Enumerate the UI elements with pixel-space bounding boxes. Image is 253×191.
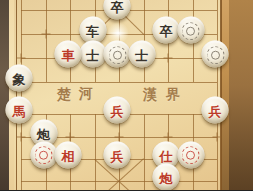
piece-black-pawn[interactable]: 卒 [104,0,131,20]
face-down-pattern [108,46,126,64]
piece-red-chariot[interactable]: 車 [55,41,82,68]
grid-line [95,114,96,190]
piece-black-chariot[interactable]: 车 [79,17,106,44]
board-right-wood-edge [221,0,229,190]
piece-character: 馬 [6,98,33,125]
piece-character: 士 [128,42,155,69]
grid-line [16,0,18,190]
point-marker [213,132,222,141]
grid-line [144,114,145,190]
piece-black-hidden[interactable] [202,41,229,68]
piece-character: 卒 [104,0,131,21]
river-label-han: 漢 [143,86,157,104]
grid-line [21,0,22,190]
point-marker [17,132,26,141]
face-down-pattern-center [113,50,122,59]
board-right-edge [229,0,253,190]
piece-red-horse[interactable]: 馬 [6,97,33,124]
face-down-pattern-center [211,50,220,59]
point-marker [66,132,75,141]
grid-line [21,82,217,83]
grid-line [46,0,47,82]
face-down-pattern-center [186,151,195,160]
river-label-chu: 楚 [57,86,71,104]
piece-character: 炮 [153,165,180,191]
piece-red-hidden[interactable] [30,141,57,168]
river-label-he: 河 [79,85,93,103]
piece-red-elephant[interactable]: 相 [55,141,82,168]
face-down-pattern-center [186,26,195,35]
sparkle-highlight [107,22,129,44]
piece-character: 車 [55,42,82,69]
piece-black-elephant[interactable]: 象 [6,65,33,92]
board-left-edge-highlight [9,0,14,190]
xiangqi-board[interactable]: 楚 河 漢 界 卒车卒士士象車馬兵兵炮相兵仕炮 [0,0,253,190]
point-marker [41,30,50,39]
face-down-pattern [182,22,200,40]
piece-character: 兵 [104,98,131,125]
piece-black-pawn[interactable]: 卒 [153,17,180,44]
piece-red-pawn[interactable]: 兵 [104,141,131,168]
point-marker [164,132,173,141]
board-left-edge [0,0,9,190]
face-down-pattern [35,146,53,164]
piece-character: 士 [79,42,106,69]
piece-character: 象 [6,66,33,93]
face-down-pattern [206,46,224,64]
piece-red-hidden[interactable] [177,141,204,168]
grid-line [220,0,222,190]
piece-black-advisor[interactable]: 士 [128,41,155,68]
piece-red-pawn[interactable]: 兵 [104,97,131,124]
piece-black-hidden[interactable] [104,41,131,68]
grid-line [217,0,218,190]
point-marker [115,132,124,141]
point-marker [164,54,173,63]
piece-character: 相 [55,142,82,169]
piece-black-advisor[interactable]: 士 [79,41,106,68]
face-down-pattern [182,146,200,164]
river-label-jie: 界 [166,86,180,104]
piece-character: 卒 [153,18,180,45]
face-down-pattern-center [39,151,48,160]
point-marker [17,54,26,63]
piece-character: 兵 [202,98,229,125]
piece-red-pawn[interactable]: 兵 [202,97,229,124]
piece-character: 兵 [104,142,131,169]
piece-red-cannon[interactable]: 炮 [153,164,180,191]
piece-black-hidden[interactable] [177,17,204,44]
